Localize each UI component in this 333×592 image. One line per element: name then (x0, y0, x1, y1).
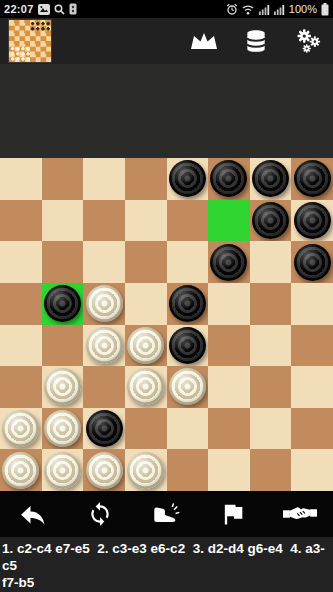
board-square[interactable] (0, 283, 42, 325)
board-square[interactable] (291, 158, 333, 200)
board-square[interactable] (250, 366, 292, 408)
board-square[interactable] (167, 408, 209, 450)
board-square[interactable] (291, 366, 333, 408)
white-piece[interactable] (86, 285, 123, 322)
board-square[interactable] (208, 325, 250, 367)
board-square[interactable] (167, 283, 209, 325)
signal-icon-sim2 (274, 4, 285, 15)
black-piece[interactable] (210, 160, 247, 197)
alarm-icon (226, 3, 238, 15)
image-notification-icon (38, 4, 50, 15)
black-piece[interactable] (169, 327, 206, 364)
wifi-icon (242, 4, 255, 15)
board-square[interactable] (291, 449, 333, 491)
board-square[interactable] (208, 408, 250, 450)
white-piece[interactable] (169, 368, 206, 405)
flag-icon (219, 500, 247, 528)
app-notification-icon (69, 3, 77, 15)
black-piece[interactable] (169, 160, 206, 197)
board-square[interactable] (83, 408, 125, 450)
black-piece[interactable] (44, 285, 81, 322)
board-square[interactable] (125, 366, 167, 408)
board-square[interactable] (208, 241, 250, 283)
board-square[interactable] (125, 408, 167, 450)
board-square[interactable] (42, 158, 84, 200)
board-square[interactable] (42, 366, 84, 408)
kick-button[interactable] (146, 496, 186, 532)
board-square[interactable] (167, 241, 209, 283)
sync-button[interactable] (80, 496, 120, 532)
move-list-line1: 1. c2-c4 e7-e5 2. c3-e3 e6-c2 3. d2-d4 g… (2, 541, 325, 573)
board-square[interactable] (291, 200, 333, 242)
board-square[interactable] (83, 325, 125, 367)
battery-percent: 100% (289, 3, 317, 15)
move-list-line2: f7-b5 (2, 575, 34, 590)
battery-icon (321, 3, 329, 16)
move-list: 1. c2-c4 e7-e5 2. c3-e3 e6-c2 3. d2-d4 g… (0, 537, 333, 592)
board-square[interactable] (208, 158, 250, 200)
board-square[interactable] (0, 408, 42, 450)
crown-icon (189, 29, 219, 53)
white-piece[interactable] (127, 452, 164, 489)
white-piece[interactable] (44, 368, 81, 405)
black-piece[interactable] (169, 285, 206, 322)
board-square[interactable] (250, 325, 292, 367)
gears-icon (293, 26, 323, 56)
white-piece[interactable] (86, 452, 123, 489)
database-button[interactable] (239, 24, 273, 58)
search-notification-icon (54, 4, 65, 15)
board-square[interactable] (250, 241, 292, 283)
board-square[interactable] (167, 366, 209, 408)
undo-button[interactable] (13, 496, 53, 532)
white-piece[interactable] (2, 452, 39, 489)
board-square[interactable] (125, 325, 167, 367)
black-piece[interactable] (252, 202, 289, 239)
board-square[interactable] (250, 200, 292, 242)
board-square[interactable] (208, 366, 250, 408)
kick-boot-icon (150, 501, 182, 527)
board-square[interactable] (0, 366, 42, 408)
board-square[interactable] (167, 158, 209, 200)
board-square[interactable] (0, 325, 42, 367)
board-square[interactable] (125, 283, 167, 325)
sync-icon (87, 500, 113, 528)
app-bar (0, 18, 333, 64)
board (0, 158, 333, 491)
board-square[interactable] (42, 408, 84, 450)
board-square[interactable] (42, 283, 84, 325)
white-piece[interactable] (127, 368, 164, 405)
status-bar: 22:07 100% (0, 0, 333, 18)
board-square[interactable] (0, 449, 42, 491)
board-square[interactable] (83, 241, 125, 283)
clock-time: 22:07 (4, 3, 34, 15)
white-piece[interactable] (2, 410, 39, 447)
black-piece[interactable] (294, 160, 331, 197)
board-square[interactable] (167, 449, 209, 491)
board-square[interactable] (83, 200, 125, 242)
board-square[interactable] (167, 200, 209, 242)
signal-icon-sim1 (259, 4, 270, 15)
board-square[interactable] (291, 241, 333, 283)
board-square[interactable] (208, 449, 250, 491)
board-square[interactable] (250, 283, 292, 325)
white-piece[interactable] (44, 452, 81, 489)
board-square[interactable] (0, 158, 42, 200)
game-toolbar (0, 491, 333, 537)
white-piece[interactable] (86, 327, 123, 364)
board-square[interactable] (83, 283, 125, 325)
board-square[interactable] (250, 408, 292, 450)
board-square[interactable] (83, 366, 125, 408)
board-square[interactable] (42, 241, 84, 283)
board-square[interactable] (208, 283, 250, 325)
white-piece[interactable] (127, 327, 164, 364)
undo-arrow-icon (18, 501, 48, 527)
black-piece[interactable] (86, 410, 123, 447)
board-square[interactable] (125, 200, 167, 242)
board-square[interactable] (208, 200, 250, 242)
black-piece[interactable] (294, 202, 331, 239)
board-square[interactable] (291, 325, 333, 367)
black-piece[interactable] (252, 160, 289, 197)
board-square[interactable] (250, 158, 292, 200)
board-top-margin (0, 64, 333, 158)
board-square[interactable] (125, 158, 167, 200)
board-square[interactable] (250, 449, 292, 491)
settings-button[interactable] (291, 24, 325, 58)
board-square[interactable] (291, 283, 333, 325)
black-piece[interactable] (294, 244, 331, 281)
board-square[interactable] (0, 241, 42, 283)
handshake-icon (283, 502, 317, 526)
board-square[interactable] (42, 325, 84, 367)
board-square[interactable] (125, 241, 167, 283)
resign-button[interactable] (213, 496, 253, 532)
black-piece[interactable] (210, 244, 247, 281)
board-square[interactable] (0, 200, 42, 242)
crown-button[interactable] (187, 24, 221, 58)
board-square[interactable] (42, 200, 84, 242)
app-logo-checkers-icon (8, 19, 52, 63)
white-piece[interactable] (44, 410, 81, 447)
board-square[interactable] (167, 325, 209, 367)
board-square[interactable] (42, 449, 84, 491)
draw-offer-button[interactable] (280, 496, 320, 532)
board-square[interactable] (83, 158, 125, 200)
database-icon (243, 27, 269, 55)
board-square[interactable] (291, 408, 333, 450)
board-square[interactable] (83, 449, 125, 491)
board-square[interactable] (125, 449, 167, 491)
